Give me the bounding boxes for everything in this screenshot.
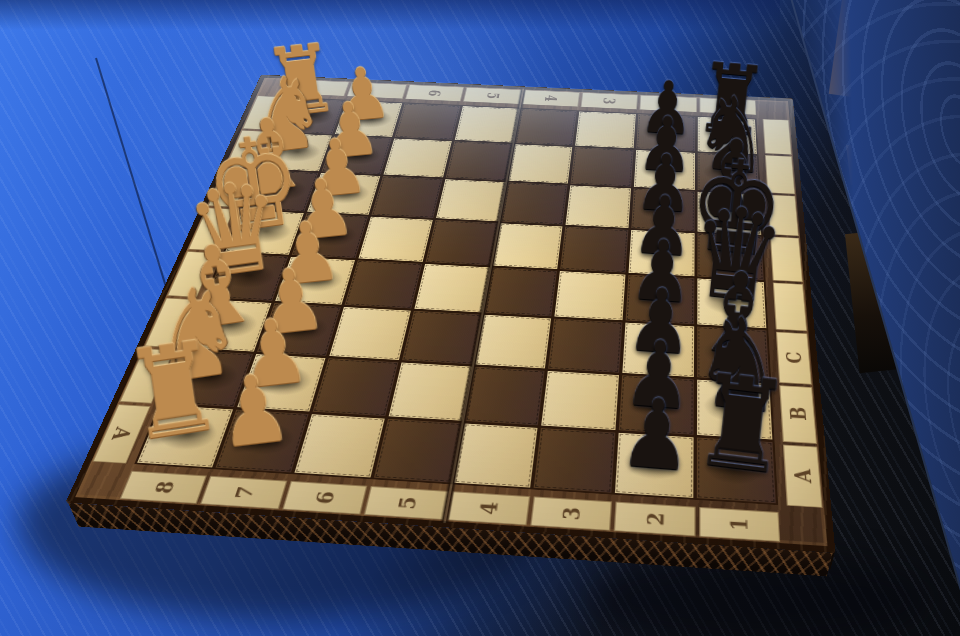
square-g3[interactable] [571,147,634,186]
white-pawn-glyph: ♟ [214,362,294,459]
coordinate-cell: 6 [282,481,368,515]
table-far-edge-shade [0,0,780,30]
coordinate-label: 8 [149,480,179,494]
square-g7[interactable] [322,136,392,175]
square-h8[interactable] [275,98,344,134]
coordinate-cell: 4 [447,491,530,525]
square-g4[interactable] [508,144,573,183]
black-pawn-glyph: ♟ [618,386,695,483]
coordinate-label: 5 [392,496,421,510]
coordinate-label: 6 [310,490,339,504]
coordinate-label: 6 [425,89,445,96]
square-f4[interactable] [501,182,568,224]
coordinate-cell: 7 [200,476,287,510]
coordinate-cell: 8 [120,471,208,504]
coordinate-cell: 1 [699,507,781,542]
square-g5[interactable] [445,141,511,180]
square-h1[interactable] [698,117,757,154]
square-h6[interactable] [394,103,460,139]
coordinate-label: 1 [726,517,753,532]
coordinate-label: 4 [541,95,560,102]
square-h4[interactable] [515,109,577,146]
coordinate-cell: 5 [463,87,522,104]
square-h2[interactable] [636,114,695,151]
coordinate-cell: 5 [364,486,448,520]
square-e5[interactable] [425,220,497,265]
square-e4[interactable] [493,223,563,269]
coordinate-cell: 4 [522,90,580,107]
square-h7[interactable] [335,101,402,137]
coordinate-cell: 2 [614,502,695,537]
coordinate-label: 5 [483,92,503,99]
coordinate-label: 7 [229,485,259,499]
square-g2[interactable] [634,150,695,190]
square-h3[interactable] [575,111,636,148]
board-top-face: 6543 87654321 A CBA ♜♟♟♜♞♟♟♞♝♟♟♝♚♟♟♚♛♟♟♛… [66,75,836,553]
coordinate-cell: 3 [530,496,612,531]
square-g6[interactable] [383,138,451,177]
square-f5[interactable] [436,179,505,221]
square-h5[interactable] [454,106,518,142]
coordinate-label: 3 [558,506,586,521]
photo-scene: 6543 87654321 A CBA ♜♟♟♜♞♟♟♞♝♟♟♝♚♟♟♚♛♟♟♛… [0,0,960,636]
coordinate-label: 4 [475,501,503,516]
square-f3[interactable] [566,185,631,227]
chess-board: 6543 87654321 A CBA ♜♟♟♜♞♟♟♞♝♟♟♝♚♟♟♚♛♟♟♛… [66,75,836,553]
coordinate-label: 3 [600,97,619,104]
coordinate-label: 2 [641,512,668,527]
